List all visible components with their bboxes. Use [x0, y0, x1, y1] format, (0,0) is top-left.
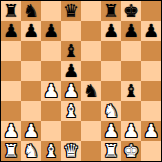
square-h4[interactable]	[141, 81, 161, 101]
white-rook-piece[interactable]: ♜	[103, 141, 119, 161]
square-b3[interactable]	[21, 101, 41, 121]
square-a1[interactable]: ♜	[1, 141, 21, 161]
square-a2[interactable]: ♟	[1, 121, 21, 141]
square-f4[interactable]	[101, 81, 121, 101]
white-pawn-piece[interactable]: ♟	[123, 121, 139, 141]
black-pawn-piece[interactable]: ♟	[3, 21, 19, 41]
square-b6[interactable]	[21, 41, 41, 61]
square-e8[interactable]	[81, 1, 101, 21]
square-g7[interactable]: ♟	[121, 21, 141, 41]
square-c3[interactable]	[41, 101, 61, 121]
black-pawn-piece[interactable]: ♟	[103, 21, 119, 41]
square-e7[interactable]	[81, 21, 101, 41]
square-e2[interactable]	[81, 121, 101, 141]
white-pawn-piece[interactable]: ♟	[43, 81, 59, 101]
square-g5[interactable]	[121, 61, 141, 81]
square-c2[interactable]	[41, 121, 61, 141]
square-h3[interactable]	[141, 101, 161, 121]
black-knight-piece[interactable]: ♞	[23, 1, 39, 21]
square-h2[interactable]: ♟	[141, 121, 161, 141]
white-pawn-piece[interactable]: ♟	[3, 121, 19, 141]
square-c4[interactable]: ♟	[41, 81, 61, 101]
square-d7[interactable]	[61, 21, 81, 41]
square-h1[interactable]	[141, 141, 161, 161]
square-e6[interactable]	[81, 41, 101, 61]
square-f1[interactable]: ♜	[101, 141, 121, 161]
square-d8[interactable]: ♛	[61, 1, 81, 21]
square-a3[interactable]	[1, 101, 21, 121]
white-bishop-piece[interactable]: ♝	[63, 101, 79, 121]
white-rook-piece[interactable]: ♜	[3, 141, 19, 161]
white-knight-piece[interactable]: ♞	[103, 101, 119, 121]
square-d2[interactable]	[61, 121, 81, 141]
square-g1[interactable]: ♚	[121, 141, 141, 161]
white-king-piece[interactable]: ♚	[123, 141, 139, 161]
square-d3[interactable]: ♝	[61, 101, 81, 121]
square-a7[interactable]: ♟	[1, 21, 21, 41]
square-b4[interactable]	[21, 81, 41, 101]
white-bishop-piece[interactable]: ♝	[43, 141, 59, 161]
square-f7[interactable]: ♟	[101, 21, 121, 41]
square-f8[interactable]: ♜	[101, 1, 121, 21]
square-e5[interactable]	[81, 61, 101, 81]
square-c8[interactable]	[41, 1, 61, 21]
square-a8[interactable]: ♜	[1, 1, 21, 21]
white-knight-piece[interactable]: ♞	[23, 141, 39, 161]
square-d6[interactable]: ♝	[61, 41, 81, 61]
square-c7[interactable]: ♟	[41, 21, 61, 41]
square-d1[interactable]: ♛	[61, 141, 81, 161]
square-g2[interactable]: ♟	[121, 121, 141, 141]
square-c5[interactable]	[41, 61, 61, 81]
black-bishop-piece[interactable]: ♝	[123, 81, 139, 101]
square-a5[interactable]	[1, 61, 21, 81]
square-e4[interactable]: ♞	[81, 81, 101, 101]
square-b8[interactable]: ♞	[21, 1, 41, 21]
square-f6[interactable]	[101, 41, 121, 61]
square-a6[interactable]	[1, 41, 21, 61]
white-pawn-piece[interactable]: ♟	[63, 81, 79, 101]
square-g6[interactable]	[121, 41, 141, 61]
square-g3[interactable]	[121, 101, 141, 121]
square-e3[interactable]	[81, 101, 101, 121]
square-b5[interactable]	[21, 61, 41, 81]
black-bishop-piece[interactable]: ♝	[63, 41, 79, 61]
square-c1[interactable]: ♝	[41, 141, 61, 161]
square-g4[interactable]: ♝	[121, 81, 141, 101]
square-b7[interactable]: ♟	[21, 21, 41, 41]
black-pawn-piece[interactable]: ♟	[123, 21, 139, 41]
square-f2[interactable]: ♟	[101, 121, 121, 141]
white-queen-piece[interactable]: ♛	[63, 141, 79, 161]
chess-board-frame: ♜♞♛♜♚♟♟♟♟♟♟♝♟♟♟♞♝♝♞♟♟♟♟♟♜♞♝♛♜♚	[0, 0, 162, 162]
black-pawn-piece[interactable]: ♟	[143, 21, 159, 41]
black-pawn-piece[interactable]: ♟	[23, 21, 39, 41]
square-b2[interactable]: ♟	[21, 121, 41, 141]
black-queen-piece[interactable]: ♛	[63, 1, 79, 21]
square-h6[interactable]	[141, 41, 161, 61]
black-king-piece[interactable]: ♚	[123, 1, 139, 21]
square-h8[interactable]	[141, 1, 161, 21]
square-d5[interactable]: ♟	[61, 61, 81, 81]
square-g8[interactable]: ♚	[121, 1, 141, 21]
square-b1[interactable]: ♞	[21, 141, 41, 161]
black-pawn-piece[interactable]: ♟	[63, 61, 79, 81]
square-f3[interactable]: ♞	[101, 101, 121, 121]
white-pawn-piece[interactable]: ♟	[23, 121, 39, 141]
square-e1[interactable]	[81, 141, 101, 161]
square-d4[interactable]: ♟	[61, 81, 81, 101]
black-rook-piece[interactable]: ♜	[3, 1, 19, 21]
square-h5[interactable]	[141, 61, 161, 81]
square-c6[interactable]	[41, 41, 61, 61]
white-pawn-piece[interactable]: ♟	[103, 121, 119, 141]
square-a4[interactable]	[1, 81, 21, 101]
square-f5[interactable]	[101, 61, 121, 81]
black-rook-piece[interactable]: ♜	[103, 1, 119, 21]
white-pawn-piece[interactable]: ♟	[143, 121, 159, 141]
square-h7[interactable]: ♟	[141, 21, 161, 41]
chess-board: ♜♞♛♜♚♟♟♟♟♟♟♝♟♟♟♞♝♝♞♟♟♟♟♟♜♞♝♛♜♚	[1, 1, 161, 161]
black-knight-piece[interactable]: ♞	[83, 81, 99, 101]
black-pawn-piece[interactable]: ♟	[43, 21, 59, 41]
